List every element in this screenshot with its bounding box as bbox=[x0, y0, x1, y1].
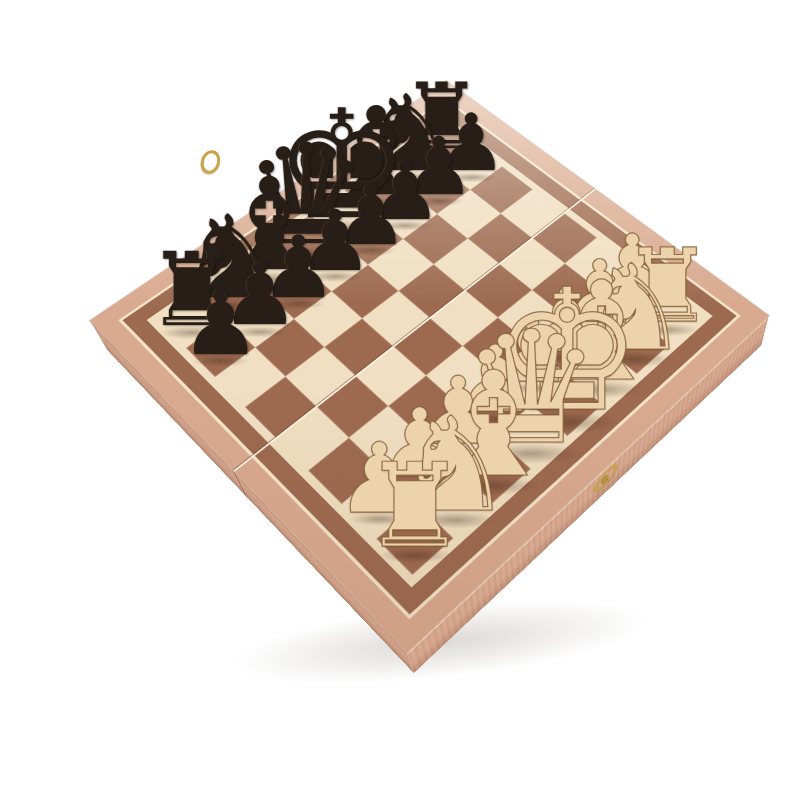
square-c2 bbox=[422, 405, 495, 469]
square-b4 bbox=[317, 376, 389, 438]
board-top-face bbox=[90, 81, 769, 653]
square-a2 bbox=[342, 470, 418, 539]
square-c5 bbox=[324, 318, 393, 376]
square-b6 bbox=[255, 319, 324, 377]
square-c4 bbox=[356, 346, 426, 406]
folding-chess-box bbox=[90, 81, 769, 653]
square-f2 bbox=[532, 317, 601, 374]
square-d2 bbox=[460, 375, 532, 437]
square-f1 bbox=[567, 345, 637, 404]
square-a4 bbox=[276, 407, 349, 471]
square-a5 bbox=[245, 377, 317, 439]
square-e2 bbox=[496, 345, 566, 404]
square-d1 bbox=[495, 405, 568, 469]
square-a6 bbox=[215, 348, 285, 408]
perspective-scene bbox=[0, 0, 800, 800]
square-c1 bbox=[457, 437, 531, 503]
chess-board-grid bbox=[158, 122, 701, 575]
square-d4 bbox=[394, 318, 463, 375]
square-b1 bbox=[417, 469, 493, 538]
square-b5 bbox=[285, 347, 355, 407]
product-photo-stage: ♜♞♝♛♚♝♞♜♟♟♟♟♟♟♟♟♟♟♟♟♟♟♟♟♜♞♝♛♚♝♞♜ bbox=[0, 0, 800, 800]
square-b2 bbox=[382, 437, 456, 503]
square-d3 bbox=[426, 346, 496, 405]
square-g1 bbox=[601, 317, 670, 374]
square-a7 bbox=[186, 319, 255, 377]
square-a3 bbox=[308, 438, 382, 504]
square-c3 bbox=[388, 375, 460, 437]
square-b3 bbox=[349, 406, 422, 470]
square-e1 bbox=[531, 374, 602, 436]
square-e3 bbox=[463, 318, 532, 375]
square-a1 bbox=[376, 503, 453, 574]
